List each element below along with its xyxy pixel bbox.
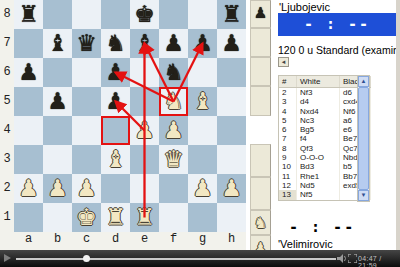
move-cell[interactable]: Nf5 bbox=[297, 190, 340, 199]
move-cell[interactable]: Rhe1 bbox=[297, 172, 340, 181]
scrollbar-thumb[interactable] bbox=[358, 87, 369, 190]
square-c6[interactable] bbox=[72, 58, 101, 87]
piece-black-rook[interactable]: ♜ bbox=[217, 0, 246, 29]
piece-black-pawn[interactable]: ♟ bbox=[159, 29, 188, 58]
move-number[interactable]: 2 bbox=[279, 88, 297, 98]
strip-button[interactable] bbox=[250, 57, 271, 86]
scroll-up-icon[interactable]: ▲ bbox=[358, 76, 369, 87]
square-c3[interactable] bbox=[72, 145, 101, 174]
game-info-text: 120 0 u Standard (examined bbox=[278, 44, 398, 56]
square-b2[interactable]: ♟ bbox=[43, 174, 72, 203]
top-player-name: 'Ljubojevic bbox=[279, 1, 330, 13]
rank-label-1: 1 bbox=[0, 203, 14, 232]
square-g4[interactable] bbox=[188, 116, 217, 145]
square-d7[interactable]: ♞ bbox=[101, 29, 130, 58]
piece-black-rook[interactable]: ♜ bbox=[14, 0, 43, 29]
rank-labels: 87654321 bbox=[0, 0, 14, 232]
file-label-g: g bbox=[188, 232, 217, 248]
strip-button[interactable] bbox=[250, 86, 271, 116]
move-cell[interactable]: Bd3 bbox=[297, 162, 340, 171]
move-cell[interactable]: O-O-O bbox=[297, 153, 340, 162]
move-number[interactable]: 3 bbox=[279, 97, 297, 106]
square-c8[interactable] bbox=[72, 0, 101, 29]
move-list[interactable]: #WhiteBlack2Nf3d63d4cxd44Nxd4Nf65Nc3a66B… bbox=[278, 75, 359, 201]
square-f8[interactable] bbox=[159, 0, 188, 29]
square-e2[interactable] bbox=[130, 174, 159, 203]
piece-white-king[interactable]: ♚ bbox=[72, 203, 101, 232]
square-h6[interactable] bbox=[217, 58, 246, 87]
video-time: 04:47 / 21:59 bbox=[358, 255, 400, 267]
piece-black-pawn[interactable]: ♟ bbox=[14, 58, 43, 87]
square-d4[interactable] bbox=[101, 116, 130, 145]
playhead-dot[interactable] bbox=[83, 255, 90, 262]
square-g3[interactable] bbox=[188, 145, 217, 174]
square-f1[interactable] bbox=[159, 203, 188, 232]
piece-white-pawn[interactable]: ♟ bbox=[159, 116, 188, 145]
strip-button-white-knight[interactable]: ♞ bbox=[250, 210, 271, 235]
square-d1[interactable]: ♜ bbox=[101, 203, 130, 232]
square-e3[interactable] bbox=[130, 145, 159, 174]
square-e4[interactable]: ♟ bbox=[130, 116, 159, 145]
top-player-clock: - : -- bbox=[278, 13, 396, 36]
strip-button[interactable] bbox=[250, 28, 271, 57]
scroll-left-button[interactable]: ◂ bbox=[278, 57, 289, 67]
square-d3[interactable]: ♝ bbox=[101, 145, 130, 174]
file-label-e: e bbox=[130, 232, 159, 248]
piece-black-queen[interactable]: ♛ bbox=[72, 29, 101, 58]
move-col-White[interactable]: White bbox=[297, 76, 340, 88]
square-h7[interactable]: ♟ bbox=[217, 29, 246, 58]
square-g2[interactable]: ♟ bbox=[188, 174, 217, 203]
file-label-f: f bbox=[159, 232, 188, 248]
piece-black-knight[interactable]: ♞ bbox=[101, 29, 130, 58]
chess-board[interactable]: ♜♚♜♝♛♞♝♟♟♟♟♟♞♟♟♞♝♟♟♝♛♟♟♟♟♟♚♜♜ bbox=[14, 0, 246, 232]
rank-label-2: 2 bbox=[0, 174, 14, 203]
move-number[interactable]: 10 bbox=[279, 162, 297, 171]
square-f4[interactable]: ♟ bbox=[159, 116, 188, 145]
square-d8[interactable] bbox=[101, 0, 130, 29]
video-control-bar: 04:47 / 21:59 bbox=[0, 250, 400, 267]
piece-black-bishop[interactable]: ♝ bbox=[130, 29, 159, 58]
file-label-c: c bbox=[72, 232, 101, 248]
move-cell[interactable]: d4 bbox=[297, 97, 340, 106]
move-number[interactable]: 13 bbox=[279, 190, 297, 199]
square-b8[interactable] bbox=[43, 0, 72, 29]
square-b7[interactable]: ♝ bbox=[43, 29, 72, 58]
square-b3[interactable] bbox=[43, 145, 72, 174]
file-label-d: d bbox=[101, 232, 130, 248]
piece-black-pawn[interactable]: ♟ bbox=[217, 29, 246, 58]
piece-black-pawn[interactable]: ♟ bbox=[101, 87, 130, 116]
move-cell[interactable]: Qf3 bbox=[297, 144, 340, 153]
piece-white-bishop[interactable]: ♝ bbox=[188, 87, 217, 116]
square-e7[interactable]: ♝ bbox=[130, 29, 159, 58]
move-col-#[interactable]: # bbox=[279, 76, 297, 88]
progress-track[interactable] bbox=[16, 258, 336, 260]
move-cell[interactable]: f4 bbox=[297, 134, 340, 143]
square-e5[interactable] bbox=[130, 87, 159, 116]
square-g6[interactable] bbox=[188, 58, 217, 87]
speaker-icon[interactable] bbox=[337, 254, 347, 263]
square-b1[interactable] bbox=[43, 203, 72, 232]
square-c4[interactable] bbox=[72, 116, 101, 145]
piece-white-knight[interactable]: ♞ bbox=[159, 87, 188, 116]
piece-black-pawn[interactable]: ♟ bbox=[43, 87, 72, 116]
window-edge bbox=[396, 0, 400, 250]
chess-board-region: 87654321 ♜♚♜♝♛♞♝♟♟♟♟♟♞♟♟♞♝♟♟♝♛♟♟♟♟♟♚♜♜ a… bbox=[0, 0, 246, 250]
piece-black-pawn[interactable]: ♟ bbox=[188, 29, 217, 58]
square-c7[interactable]: ♛ bbox=[72, 29, 101, 58]
piece-white-pawn[interactable]: ♟ bbox=[130, 116, 159, 145]
square-e1[interactable]: ♜ bbox=[130, 203, 159, 232]
move-number[interactable]: 11 bbox=[279, 172, 297, 181]
square-a2[interactable]: ♟ bbox=[14, 174, 43, 203]
square-e8[interactable]: ♚ bbox=[130, 0, 159, 29]
move-cell[interactable]: Nxd4 bbox=[297, 107, 340, 116]
square-f2[interactable] bbox=[159, 174, 188, 203]
square-a5[interactable] bbox=[14, 87, 43, 116]
rank-label-4: 4 bbox=[0, 116, 14, 145]
square-g8[interactable] bbox=[188, 0, 217, 29]
game-info-panel: ♟ ♞ ♟ 'Ljubojevic - : -- 120 0 u Standar… bbox=[246, 0, 400, 250]
strip-button-black-pawn[interactable]: ♟ bbox=[250, 0, 271, 28]
move-list-scrollbar[interactable]: ▲ ▼ bbox=[357, 75, 370, 202]
piece-white-pawn[interactable]: ♟ bbox=[188, 174, 217, 203]
fullscreen-icon[interactable] bbox=[348, 254, 357, 263]
rank-label-3: 3 bbox=[0, 145, 14, 174]
move-number[interactable]: 7 bbox=[279, 134, 297, 143]
piece-white-queen[interactable]: ♛ bbox=[159, 145, 188, 174]
piece-white-pawn[interactable]: ♟ bbox=[72, 174, 101, 203]
square-a4[interactable] bbox=[14, 116, 43, 145]
square-g1[interactable] bbox=[188, 203, 217, 232]
square-c2[interactable]: ♟ bbox=[72, 174, 101, 203]
square-a3[interactable] bbox=[14, 145, 43, 174]
strip-button[interactable] bbox=[250, 177, 271, 210]
square-c5[interactable] bbox=[72, 87, 101, 116]
move-cell[interactable]: Nd5 bbox=[297, 181, 340, 190]
bottom-player-name: 'Velimirovic bbox=[278, 238, 333, 250]
square-h5[interactable] bbox=[217, 87, 246, 116]
move-number[interactable]: 8 bbox=[279, 144, 297, 153]
piece-black-king[interactable]: ♚ bbox=[130, 0, 159, 29]
square-d5[interactable]: ♟ bbox=[101, 87, 130, 116]
play-button[interactable] bbox=[4, 254, 11, 262]
piece-black-pawn[interactable]: ♟ bbox=[101, 58, 130, 87]
square-f3[interactable]: ♛ bbox=[159, 145, 188, 174]
bottom-player-clock: - : -- bbox=[289, 218, 355, 236]
move-number[interactable]: 6 bbox=[279, 125, 297, 134]
square-a8[interactable]: ♜ bbox=[14, 0, 43, 29]
piece-black-knight[interactable]: ♞ bbox=[159, 58, 188, 87]
move-number[interactable]: 12 bbox=[279, 181, 297, 190]
piece-white-pawn[interactable]: ♟ bbox=[217, 174, 246, 203]
rank-label-6: 6 bbox=[0, 58, 14, 87]
square-h1[interactable] bbox=[217, 203, 246, 232]
file-labels: abcdefgh bbox=[14, 232, 246, 248]
square-b4[interactable] bbox=[43, 116, 72, 145]
piece-white-rook[interactable]: ♜ bbox=[101, 203, 130, 232]
file-label-a: a bbox=[14, 232, 43, 248]
square-c1[interactable]: ♚ bbox=[72, 203, 101, 232]
piece-white-rook[interactable]: ♜ bbox=[130, 203, 159, 232]
piece-black-bishop[interactable]: ♝ bbox=[43, 29, 72, 58]
black-pawn-icon: ♟ bbox=[251, 1, 270, 27]
move-cell[interactable]: Nc3 bbox=[297, 116, 340, 125]
square-e6[interactable] bbox=[130, 58, 159, 87]
rank-label-8: 8 bbox=[0, 0, 14, 29]
piece-white-pawn[interactable]: ♟ bbox=[14, 174, 43, 203]
rank-label-7: 7 bbox=[0, 29, 14, 58]
strip-button[interactable] bbox=[250, 144, 271, 177]
square-f6[interactable]: ♞ bbox=[159, 58, 188, 87]
square-g7[interactable]: ♟ bbox=[188, 29, 217, 58]
square-f5[interactable]: ♞ bbox=[159, 87, 188, 116]
file-label-h: h bbox=[217, 232, 246, 248]
square-d2[interactable] bbox=[101, 174, 130, 203]
rank-label-5: 5 bbox=[0, 87, 14, 116]
move-number[interactable]: 4 bbox=[279, 107, 297, 116]
square-h8[interactable]: ♜ bbox=[217, 0, 246, 29]
square-h2[interactable]: ♟ bbox=[217, 174, 246, 203]
scroll-down-icon[interactable]: ▼ bbox=[358, 190, 369, 201]
move-number[interactable]: 5 bbox=[279, 116, 297, 125]
move-number[interactable]: 9 bbox=[279, 153, 297, 162]
square-a6[interactable]: ♟ bbox=[14, 58, 43, 87]
move-cell[interactable]: Bg5 bbox=[297, 125, 340, 134]
square-a1[interactable] bbox=[14, 203, 43, 232]
square-d6[interactable]: ♟ bbox=[101, 58, 130, 87]
piece-white-pawn[interactable]: ♟ bbox=[43, 174, 72, 203]
file-label-b: b bbox=[43, 232, 72, 248]
square-h3[interactable] bbox=[217, 145, 246, 174]
square-f7[interactable]: ♟ bbox=[159, 29, 188, 58]
square-h4[interactable] bbox=[217, 116, 246, 145]
piece-white-bishop[interactable]: ♝ bbox=[101, 145, 130, 174]
white-knight-icon: ♞ bbox=[251, 211, 270, 234]
move-cell[interactable]: Nf3 bbox=[297, 88, 340, 98]
square-g5[interactable]: ♝ bbox=[188, 87, 217, 116]
square-a7[interactable] bbox=[14, 29, 43, 58]
square-b5[interactable]: ♟ bbox=[43, 87, 72, 116]
square-b6[interactable] bbox=[43, 58, 72, 87]
